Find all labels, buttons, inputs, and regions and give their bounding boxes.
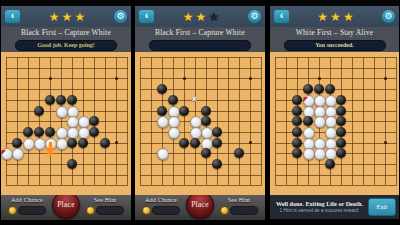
puzzle-title: White First – Stay Alive bbox=[270, 27, 399, 39]
black-stone bbox=[100, 138, 110, 148]
grid-line bbox=[275, 78, 397, 79]
puzzle-title: Black First – Capture White bbox=[135, 27, 265, 39]
star-filled-icon: ★ bbox=[74, 11, 85, 23]
black-stone bbox=[190, 138, 200, 148]
coin-icon bbox=[86, 206, 95, 215]
black-stone bbox=[23, 127, 33, 137]
black-stone bbox=[336, 148, 346, 158]
star-filled-icon: ★ bbox=[183, 11, 194, 23]
grid-line bbox=[6, 57, 128, 58]
result-reward-text: 1 Hint is earned as a success reward. bbox=[273, 208, 366, 214]
black-stone bbox=[67, 138, 77, 148]
black-stone bbox=[157, 84, 167, 94]
black-stone bbox=[292, 95, 302, 105]
grid-line bbox=[275, 89, 397, 90]
black-stone bbox=[212, 138, 222, 148]
black-stone bbox=[67, 159, 77, 169]
black-stone bbox=[67, 95, 77, 105]
hoshi-point bbox=[115, 77, 118, 80]
star-filled-icon: ★ bbox=[343, 11, 354, 23]
grid-line bbox=[140, 78, 262, 79]
grid-line bbox=[6, 175, 128, 176]
grid-line bbox=[275, 164, 397, 165]
gear-icon[interactable]: ⚙ bbox=[248, 10, 261, 23]
black-stone bbox=[78, 138, 88, 148]
see-hint-button[interactable]: See Hint bbox=[217, 196, 261, 220]
coin-icon bbox=[220, 206, 229, 215]
add-chance-button[interactable]: Add Chance bbox=[139, 196, 183, 220]
grid-line bbox=[6, 68, 128, 69]
back-button[interactable]: ‹ bbox=[274, 10, 289, 23]
hoshi-point bbox=[49, 77, 52, 80]
coin-count-pill bbox=[152, 206, 180, 215]
star-filled-icon: ★ bbox=[317, 11, 328, 23]
puzzle-panel-3: ‹ ★★★ ⚙ White First – Stay Alive You suc… bbox=[270, 0, 399, 225]
coin-icon bbox=[8, 206, 17, 215]
result-message: Well done. Exiting Life or Death. bbox=[273, 200, 366, 208]
hoshi-point bbox=[183, 77, 186, 80]
black-stone bbox=[303, 84, 313, 94]
grid-line bbox=[6, 153, 128, 154]
puzzle-panel-2: ‹ ★★★ ⚙ Black First – Capture White × Ad… bbox=[135, 0, 265, 225]
go-board-2[interactable]: × bbox=[135, 52, 265, 195]
black-stone bbox=[34, 127, 44, 137]
puzzle-panel-1: ‹ ★★★ ⚙ Black First – Capture White Good… bbox=[1, 0, 131, 225]
black-stone bbox=[336, 106, 346, 116]
black-stone bbox=[157, 106, 167, 116]
black-stone bbox=[336, 116, 346, 126]
hoshi-point bbox=[384, 77, 387, 80]
black-stone bbox=[212, 127, 222, 137]
grid-line bbox=[6, 78, 128, 79]
grid-line bbox=[275, 175, 397, 176]
black-stone bbox=[212, 159, 222, 169]
hint-arrow-marker bbox=[42, 141, 58, 159]
panel2-header: ‹ ★★★ ⚙ bbox=[135, 6, 265, 27]
back-button[interactable]: ‹ bbox=[5, 10, 20, 23]
last-move-triangle-marker: ◤ bbox=[304, 96, 309, 102]
black-stone bbox=[89, 127, 99, 137]
back-button[interactable]: ‹ bbox=[139, 10, 154, 23]
hoshi-point bbox=[249, 141, 252, 144]
grid-line bbox=[275, 57, 397, 58]
hoshi-point bbox=[115, 141, 118, 144]
see-hint-label: See Hint bbox=[217, 196, 261, 205]
grid-line bbox=[140, 175, 262, 176]
last-move-triangle-marker: ◤ bbox=[2, 149, 7, 155]
puzzle-title: Black First – Capture White bbox=[1, 27, 131, 39]
grid-line bbox=[140, 164, 262, 165]
black-stone bbox=[292, 148, 302, 158]
grid-line bbox=[140, 57, 262, 58]
grid-line bbox=[140, 185, 262, 186]
coin-count-pill bbox=[18, 206, 46, 215]
black-stone bbox=[45, 127, 55, 137]
black-stone bbox=[45, 95, 55, 105]
black-stone bbox=[314, 84, 324, 94]
black-stone bbox=[292, 138, 302, 148]
star-filled-icon: ★ bbox=[49, 11, 60, 23]
black-stone bbox=[168, 95, 178, 105]
white-stone bbox=[12, 148, 24, 160]
black-stone bbox=[292, 106, 302, 116]
see-hint-button[interactable]: See Hint bbox=[83, 196, 127, 220]
black-stone bbox=[234, 148, 244, 158]
status-message: You succeeded. bbox=[284, 40, 386, 51]
black-stone bbox=[201, 116, 211, 126]
hoshi-point bbox=[318, 77, 321, 80]
black-stone bbox=[292, 127, 302, 137]
black-stone bbox=[325, 84, 335, 94]
panel3-header: ‹ ★★★ ⚙ bbox=[270, 6, 399, 27]
black-stone bbox=[336, 127, 346, 137]
action-bar: Add Chance Place See Hint bbox=[1, 195, 131, 220]
status-message: Good job. Keep going! bbox=[15, 40, 117, 51]
black-stone bbox=[325, 159, 335, 169]
action-bar: Add Chance Place See Hint bbox=[135, 195, 265, 220]
hint-arrow-head bbox=[45, 148, 55, 155]
grid-line bbox=[275, 185, 397, 186]
go-board-3[interactable]: ◤ bbox=[270, 52, 399, 195]
star-empty-icon: ★ bbox=[208, 11, 219, 23]
star-rating: ★★★ bbox=[317, 11, 353, 23]
coin-count-pill bbox=[96, 206, 124, 215]
star-rating: ★★★ bbox=[49, 11, 85, 23]
go-board-1[interactable]: ◤ bbox=[1, 52, 131, 195]
white-stone bbox=[168, 127, 180, 139]
place-button[interactable]: Place bbox=[52, 191, 80, 219]
black-stone bbox=[336, 138, 346, 148]
black-stone bbox=[336, 95, 346, 105]
gear-icon[interactable]: ⚙ bbox=[114, 10, 127, 23]
black-stone bbox=[12, 138, 22, 148]
star-filled-icon: ★ bbox=[62, 11, 73, 23]
star-filled-icon: ★ bbox=[330, 11, 341, 23]
app-screenshot-strip: ‹ ★★★ ⚙ Black First – Capture White Good… bbox=[0, 0, 400, 225]
place-button[interactable]: Place bbox=[186, 191, 214, 219]
coin-count-pill bbox=[230, 206, 258, 215]
grid-line bbox=[140, 100, 262, 101]
hoshi-point bbox=[384, 141, 387, 144]
grid-line bbox=[275, 68, 397, 69]
gear-icon[interactable]: ⚙ bbox=[382, 10, 395, 23]
coin-icon bbox=[142, 206, 151, 215]
exit-button[interactable]: Exit bbox=[368, 198, 396, 216]
star-rating: ★★★ bbox=[183, 11, 219, 23]
capture-x-marker: × bbox=[192, 95, 197, 104]
subtitle-row bbox=[135, 39, 265, 52]
black-stone bbox=[201, 106, 211, 116]
subtitle-row: You succeeded. bbox=[270, 39, 399, 52]
black-stone bbox=[179, 138, 189, 148]
grid-line bbox=[140, 68, 262, 69]
see-hint-label: See Hint bbox=[83, 196, 127, 205]
black-stone bbox=[292, 116, 302, 126]
subtitle-row: Good job. Keep going! bbox=[1, 39, 131, 52]
black-stone bbox=[89, 116, 99, 126]
black-stone bbox=[56, 95, 66, 105]
grid-line bbox=[6, 185, 128, 186]
black-stone bbox=[303, 116, 313, 126]
star-filled-icon: ★ bbox=[196, 11, 207, 23]
add-chance-label: Add Chance bbox=[139, 196, 183, 205]
black-stone bbox=[34, 106, 44, 116]
result-bar: Well done. Exiting Life or Death. 1 Hint… bbox=[270, 195, 399, 219]
status-message bbox=[149, 40, 251, 51]
panel1-header: ‹ ★★★ ⚙ bbox=[1, 6, 131, 27]
white-stone bbox=[157, 148, 169, 160]
black-stone bbox=[201, 148, 211, 158]
hoshi-point bbox=[249, 77, 252, 80]
black-stone bbox=[179, 106, 189, 116]
add-chance-button[interactable]: Add Chance bbox=[5, 196, 49, 220]
grid-line bbox=[6, 89, 128, 90]
add-chance-label: Add Chance bbox=[5, 196, 49, 205]
